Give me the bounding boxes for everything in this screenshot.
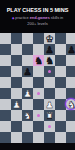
- chess-piece-white-knight[interactable]: ♞: [67, 99, 75, 110]
- board-square[interactable]: [66, 110, 75, 121]
- board-square[interactable]: [11, 33, 22, 44]
- board-square[interactable]: [11, 110, 22, 121]
- legal-move-dot[interactable]: [48, 125, 52, 129]
- legal-move-dot[interactable]: [48, 70, 52, 74]
- board-square[interactable]: [66, 55, 75, 66]
- board-square[interactable]: [22, 77, 33, 88]
- board-square[interactable]: [66, 33, 75, 44]
- board-square[interactable]: ♞: [66, 99, 75, 110]
- board-square[interactable]: [11, 66, 22, 77]
- board-square[interactable]: ♟: [44, 44, 55, 55]
- board-square[interactable]: [33, 99, 44, 110]
- chess-piece-black-pawn[interactable]: ♟: [23, 66, 32, 77]
- chess-piece-white-pawn[interactable]: ♟: [12, 99, 21, 110]
- board-square[interactable]: [22, 55, 33, 66]
- board-square[interactable]: [11, 55, 22, 66]
- chess-piece-black-pawn[interactable]: ♟: [45, 44, 54, 55]
- chess-piece-white-rook[interactable]: ♜: [45, 110, 54, 121]
- board-square[interactable]: [0, 88, 11, 99]
- chess-piece-black-knight[interactable]: ♞: [45, 55, 54, 66]
- chess-piece-black-knight[interactable]: ♞: [34, 55, 43, 66]
- chess-piece-black-pawn[interactable]: ♟: [67, 44, 75, 55]
- board-square[interactable]: [44, 121, 55, 132]
- board-square[interactable]: [0, 121, 11, 132]
- promo-subtitle: ◆ practice end-games skills in: [2, 15, 73, 21]
- board-square[interactable]: [11, 132, 22, 143]
- board-square[interactable]: ♟: [44, 99, 55, 110]
- board-square[interactable]: [66, 132, 75, 143]
- chess-piece-white-pawn[interactable]: ♟: [23, 88, 32, 99]
- board-square[interactable]: ♞: [22, 110, 33, 121]
- board-square[interactable]: [0, 66, 11, 77]
- board-square[interactable]: [66, 77, 75, 88]
- chess-piece-white-pawn[interactable]: ♟: [45, 99, 54, 110]
- board-square[interactable]: [22, 132, 33, 143]
- board-square[interactable]: [0, 132, 11, 143]
- board-square[interactable]: [66, 121, 75, 132]
- board-square[interactable]: [55, 33, 66, 44]
- board-square[interactable]: [22, 99, 33, 110]
- board-square[interactable]: [11, 44, 22, 55]
- board-square[interactable]: [33, 132, 44, 143]
- board-square[interactable]: [44, 132, 55, 143]
- board-square[interactable]: [33, 77, 44, 88]
- board-square[interactable]: [55, 88, 66, 99]
- board-square[interactable]: [33, 66, 44, 77]
- board-square[interactable]: [0, 55, 11, 66]
- subtitle-text-post: skills in: [51, 15, 63, 20]
- board-square[interactable]: [55, 55, 66, 66]
- board-square[interactable]: ♚: [44, 33, 55, 44]
- board-square[interactable]: [55, 132, 66, 143]
- board-square[interactable]: [33, 33, 44, 44]
- board-square[interactable]: [55, 121, 66, 132]
- board-square[interactable]: ♟: [22, 66, 33, 77]
- board-square[interactable]: [11, 77, 22, 88]
- board-square[interactable]: ♜: [44, 110, 55, 121]
- chess-board[interactable]: ♚♟♟♞♞♟♟♟♟♞♞♜: [0, 33, 75, 143]
- board-square[interactable]: [55, 77, 66, 88]
- board-square[interactable]: [0, 99, 11, 110]
- subtitle-text-pre: practice: [15, 15, 28, 20]
- board-square[interactable]: [0, 77, 11, 88]
- board-square[interactable]: ♞: [44, 55, 55, 66]
- board-square[interactable]: [0, 110, 11, 121]
- promo-header: PLAY CHESS IN 5 MINS ◆ practice end-game…: [0, 0, 75, 33]
- board-square[interactable]: [55, 66, 66, 77]
- board-square[interactable]: [22, 44, 33, 55]
- board-square[interactable]: [11, 88, 22, 99]
- board-square[interactable]: [22, 121, 33, 132]
- board-square[interactable]: [44, 88, 55, 99]
- board-square[interactable]: [44, 77, 55, 88]
- board-square[interactable]: [66, 66, 75, 77]
- legal-move-dot[interactable]: [37, 114, 41, 118]
- board-square[interactable]: ♞: [33, 55, 44, 66]
- legal-move-dot[interactable]: [37, 92, 41, 96]
- board-square[interactable]: [22, 33, 33, 44]
- board-square[interactable]: [33, 88, 44, 99]
- diamond-bullet-icon: ◆: [12, 16, 14, 20]
- board-square[interactable]: [0, 33, 11, 44]
- board-square[interactable]: ♟: [66, 44, 75, 55]
- board-square[interactable]: [33, 121, 44, 132]
- board-square[interactable]: [55, 110, 66, 121]
- board-viewport: ♚♟♟♞♞♟♟♟♟♞♞♜: [0, 33, 75, 144]
- board-square[interactable]: [0, 44, 11, 55]
- subtitle-text-highlight: end-games: [30, 15, 50, 20]
- chess-piece-white-knight[interactable]: ♞: [23, 110, 32, 121]
- board-square[interactable]: ♟: [22, 88, 33, 99]
- board-square[interactable]: [33, 44, 44, 55]
- board-square[interactable]: [55, 44, 66, 55]
- promo-title: PLAY CHESS IN 5 MINS: [3, 7, 72, 13]
- board-square[interactable]: [44, 66, 55, 77]
- promo-subtitle-line2: 200+ levels: [0, 21, 75, 26]
- board-square[interactable]: [33, 110, 44, 121]
- chess-piece-white-king[interactable]: ♚: [45, 33, 54, 44]
- board-square[interactable]: [11, 121, 22, 132]
- board-square[interactable]: ♟: [11, 99, 22, 110]
